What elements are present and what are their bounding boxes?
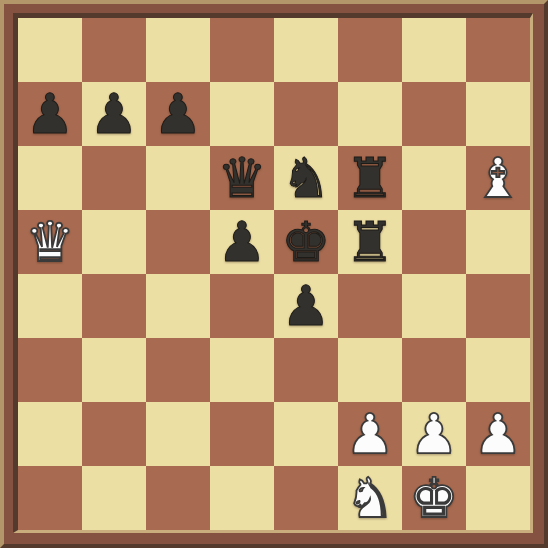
piece-black-queen[interactable]: ♛	[217, 146, 266, 210]
square-a1[interactable]	[18, 466, 82, 530]
square-g2[interactable]: ♟	[402, 402, 466, 466]
square-h2[interactable]: ♟	[466, 402, 530, 466]
square-g8[interactable]	[402, 18, 466, 82]
square-c1[interactable]	[146, 466, 210, 530]
square-a3[interactable]	[18, 338, 82, 402]
square-f5[interactable]: ♜	[338, 210, 402, 274]
piece-white-queen[interactable]: ♛	[25, 210, 74, 274]
piece-black-rook[interactable]: ♜	[345, 146, 394, 210]
square-h7[interactable]	[466, 82, 530, 146]
square-d5[interactable]: ♟	[210, 210, 274, 274]
square-f6[interactable]: ♜	[338, 146, 402, 210]
square-e6[interactable]: ♞	[274, 146, 338, 210]
piece-black-pawn[interactable]: ♟	[25, 82, 74, 146]
piece-white-pawn[interactable]: ♟	[409, 402, 458, 466]
square-a7[interactable]: ♟	[18, 82, 82, 146]
square-g6[interactable]	[402, 146, 466, 210]
square-b3[interactable]	[82, 338, 146, 402]
square-e8[interactable]	[274, 18, 338, 82]
square-e3[interactable]	[274, 338, 338, 402]
square-c3[interactable]	[146, 338, 210, 402]
square-d1[interactable]	[210, 466, 274, 530]
square-g1[interactable]: ♚	[402, 466, 466, 530]
square-c6[interactable]	[146, 146, 210, 210]
square-d2[interactable]	[210, 402, 274, 466]
piece-black-knight[interactable]: ♞	[281, 146, 330, 210]
square-b8[interactable]	[82, 18, 146, 82]
square-e4[interactable]: ♟	[274, 274, 338, 338]
square-c2[interactable]	[146, 402, 210, 466]
square-c5[interactable]	[146, 210, 210, 274]
square-a8[interactable]	[18, 18, 82, 82]
piece-black-rook[interactable]: ♜	[345, 210, 394, 274]
square-b5[interactable]	[82, 210, 146, 274]
square-g3[interactable]	[402, 338, 466, 402]
piece-white-pawn[interactable]: ♟	[473, 402, 522, 466]
square-b6[interactable]	[82, 146, 146, 210]
piece-black-pawn[interactable]: ♟	[281, 274, 330, 338]
square-h8[interactable]	[466, 18, 530, 82]
square-e1[interactable]	[274, 466, 338, 530]
square-c4[interactable]	[146, 274, 210, 338]
piece-black-pawn[interactable]: ♟	[89, 82, 138, 146]
square-a5[interactable]: ♛	[18, 210, 82, 274]
piece-white-king[interactable]: ♚	[409, 466, 458, 530]
square-e5[interactable]: ♚	[274, 210, 338, 274]
square-d7[interactable]	[210, 82, 274, 146]
square-f2[interactable]: ♟	[338, 402, 402, 466]
square-g4[interactable]	[402, 274, 466, 338]
square-c8[interactable]	[146, 18, 210, 82]
square-d3[interactable]	[210, 338, 274, 402]
square-d4[interactable]	[210, 274, 274, 338]
square-h3[interactable]	[466, 338, 530, 402]
piece-white-pawn[interactable]: ♟	[345, 402, 394, 466]
square-g7[interactable]	[402, 82, 466, 146]
piece-white-knight[interactable]: ♞	[345, 466, 394, 530]
square-g5[interactable]	[402, 210, 466, 274]
square-f3[interactable]	[338, 338, 402, 402]
board-frame-inner: ♟♟♟♛♞♜♝♛♟♚♜♟♟♟♟♞♚	[13, 13, 533, 533]
square-e7[interactable]	[274, 82, 338, 146]
square-d8[interactable]	[210, 18, 274, 82]
piece-black-pawn[interactable]: ♟	[217, 210, 266, 274]
square-b7[interactable]: ♟	[82, 82, 146, 146]
square-c7[interactable]: ♟	[146, 82, 210, 146]
square-f7[interactable]	[338, 82, 402, 146]
square-b1[interactable]	[82, 466, 146, 530]
piece-black-king[interactable]: ♚	[281, 210, 330, 274]
square-a4[interactable]	[18, 274, 82, 338]
square-a6[interactable]	[18, 146, 82, 210]
square-h6[interactable]: ♝	[466, 146, 530, 210]
square-b4[interactable]	[82, 274, 146, 338]
square-b2[interactable]	[82, 402, 146, 466]
piece-white-bishop[interactable]: ♝	[473, 146, 522, 210]
square-h1[interactable]	[466, 466, 530, 530]
square-e2[interactable]	[274, 402, 338, 466]
square-a2[interactable]	[18, 402, 82, 466]
square-f4[interactable]	[338, 274, 402, 338]
board-frame: ♟♟♟♛♞♜♝♛♟♚♜♟♟♟♟♞♚	[0, 0, 548, 548]
square-f8[interactable]	[338, 18, 402, 82]
chess-board: ♟♟♟♛♞♜♝♛♟♚♜♟♟♟♟♞♚	[18, 18, 530, 530]
square-h5[interactable]	[466, 210, 530, 274]
square-d6[interactable]: ♛	[210, 146, 274, 210]
square-h4[interactable]	[466, 274, 530, 338]
piece-black-pawn[interactable]: ♟	[153, 82, 202, 146]
square-f1[interactable]: ♞	[338, 466, 402, 530]
